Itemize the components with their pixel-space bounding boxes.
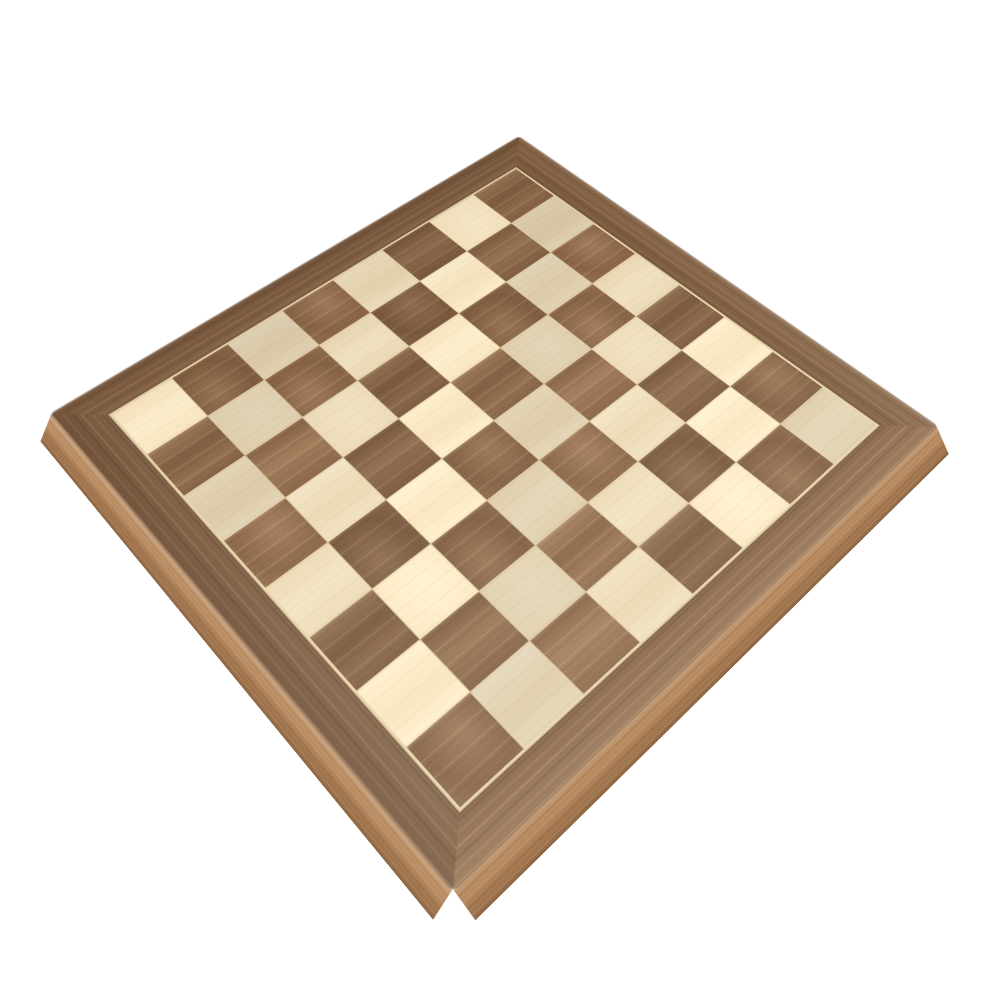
square-r7c2-maple[interactable] — [185, 456, 285, 540]
square-r6c2-walnut[interactable] — [246, 418, 343, 497]
square-r2c7-maple[interactable] — [690, 463, 790, 547]
square-r7c1-walnut[interactable] — [147, 417, 244, 496]
square-r6c7-maple[interactable] — [471, 642, 583, 749]
square-r7c5-walnut[interactable] — [310, 590, 419, 690]
chess-board — [51, 137, 936, 889]
square-r2c6-walnut[interactable] — [639, 423, 736, 503]
square-r3c5-walnut[interactable] — [540, 422, 637, 501]
square-r4c7-maple[interactable] — [587, 547, 693, 641]
square-r7c7-walnut[interactable] — [407, 693, 523, 807]
board-top-face — [51, 137, 936, 889]
square-r7c6-maple[interactable] — [357, 640, 469, 747]
square-r5c7-walnut[interactable] — [531, 593, 640, 693]
square-r5c4-maple[interactable] — [387, 459, 487, 543]
square-r6c3-maple[interactable] — [286, 458, 386, 542]
frame-strip-far-right-side — [417, 402, 937, 890]
square-r5c5-walnut[interactable] — [432, 501, 534, 590]
square-r3c7-walnut[interactable] — [640, 504, 742, 593]
square-r6c5-maple[interactable] — [373, 544, 479, 638]
frame-strip-near-right-side — [51, 390, 496, 889]
square-r3c6-maple[interactable] — [589, 462, 689, 546]
square-r5c6-maple[interactable] — [480, 546, 586, 640]
square-r1c7-walnut[interactable] — [737, 425, 834, 505]
square-r4c6-walnut[interactable] — [536, 503, 638, 592]
square-r6c6-walnut[interactable] — [420, 592, 529, 692]
square-r5c3-walnut[interactable] — [344, 419, 441, 498]
square-r7c3-walnut[interactable] — [224, 498, 326, 587]
square-r6c4-walnut[interactable] — [328, 500, 430, 589]
square-r4c5-maple[interactable] — [488, 460, 588, 544]
square-r4c4-walnut[interactable] — [442, 421, 539, 500]
square-r7c4-maple[interactable] — [266, 543, 372, 637]
photo-background — [0, 0, 1000, 1000]
board-grid — [112, 169, 876, 807]
